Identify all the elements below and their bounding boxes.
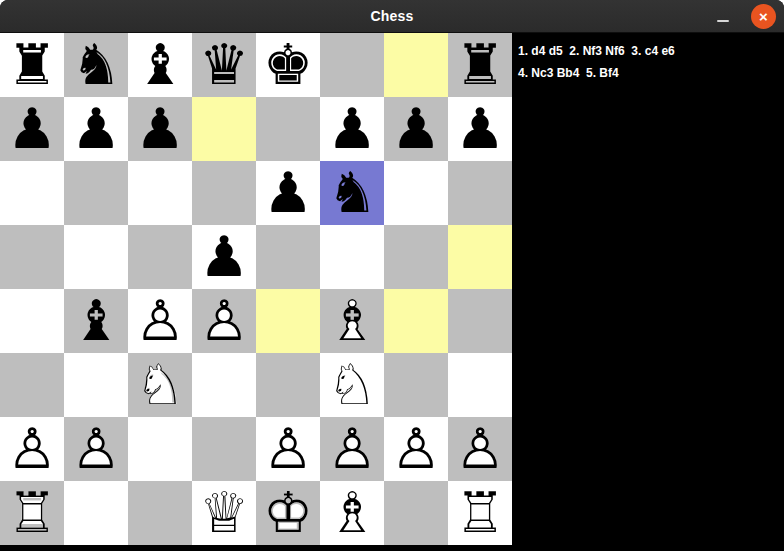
square-b5[interactable] <box>64 225 128 289</box>
square-h5[interactable] <box>448 225 512 289</box>
piece-black-pawn: ♟ <box>64 97 128 161</box>
piece-white-rook: ♜♖ <box>448 481 512 545</box>
square-g7[interactable]: ♟ <box>384 97 448 161</box>
piece-black-pawn: ♟ <box>320 97 384 161</box>
square-a8[interactable]: ♜ <box>0 33 64 97</box>
window-title: Chess <box>0 8 784 24</box>
square-h8[interactable]: ♜ <box>448 33 512 97</box>
square-h1[interactable]: ♜♖ <box>448 481 512 545</box>
piece-black-pawn: ♟ <box>128 97 192 161</box>
square-f5[interactable] <box>320 225 384 289</box>
square-e6[interactable]: ♟ <box>256 161 320 225</box>
square-h4[interactable] <box>448 289 512 353</box>
minimize-icon <box>717 20 729 22</box>
piece-black-rook: ♜ <box>0 33 64 97</box>
square-g8[interactable] <box>384 33 448 97</box>
square-e1[interactable]: ♚♔ <box>256 481 320 545</box>
piece-white-pawn: ♟♙ <box>320 417 384 481</box>
square-a7[interactable]: ♟ <box>0 97 64 161</box>
square-f4[interactable]: ♝♗ <box>320 289 384 353</box>
piece-black-pawn: ♟ <box>192 225 256 289</box>
piece-white-king: ♚♔ <box>256 481 320 545</box>
piece-black-bishop: ♝ <box>128 33 192 97</box>
piece-black-pawn: ♟ <box>0 97 64 161</box>
piece-white-pawn: ♟♙ <box>128 289 192 353</box>
square-g2[interactable]: ♟♙ <box>384 417 448 481</box>
square-f6[interactable]: ♞ <box>320 161 384 225</box>
square-g4[interactable] <box>384 289 448 353</box>
square-f8[interactable] <box>320 33 384 97</box>
square-h6[interactable] <box>448 161 512 225</box>
square-e8[interactable]: ♚ <box>256 33 320 97</box>
chess-board: ♜♞♝♛♚♜♟♟♟♟♟♟♟♞♟♝♟♙♟♙♝♗♞♘♞♘♟♙♟♙♟♙♟♙♟♙♟♙♜♖… <box>0 33 512 545</box>
square-g1[interactable] <box>384 481 448 545</box>
square-f2[interactable]: ♟♙ <box>320 417 384 481</box>
square-d2[interactable] <box>192 417 256 481</box>
square-c8[interactable]: ♝ <box>128 33 192 97</box>
piece-black-pawn: ♟ <box>256 161 320 225</box>
square-c6[interactable] <box>128 161 192 225</box>
piece-black-king: ♚ <box>256 33 320 97</box>
square-a5[interactable] <box>0 225 64 289</box>
square-e5[interactable] <box>256 225 320 289</box>
square-d5[interactable]: ♟ <box>192 225 256 289</box>
square-b6[interactable] <box>64 161 128 225</box>
chess-window: Chess × ♜♞♝♛♚♜♟♟♟♟♟♟♟♞♟♝♟♙♟♙♝♗♞♘♞♘♟♙♟♙♟♙… <box>0 0 784 551</box>
square-f3[interactable]: ♞♘ <box>320 353 384 417</box>
square-c5[interactable] <box>128 225 192 289</box>
move-list-line: 4. Nc3 Bb4 5. Bf4 <box>518 62 778 84</box>
piece-white-queen: ♛♕ <box>192 481 256 545</box>
square-b8[interactable]: ♞ <box>64 33 128 97</box>
close-button[interactable]: × <box>751 4 776 29</box>
square-a4[interactable] <box>0 289 64 353</box>
square-d1[interactable]: ♛♕ <box>192 481 256 545</box>
move-list-panel: 1. d4 d5 2. Nf3 Nf6 3. c4 e6 4. Nc3 Bb4 … <box>512 33 784 550</box>
piece-white-bishop: ♝♗ <box>320 481 384 545</box>
titlebar[interactable]: Chess × <box>0 0 784 33</box>
square-c2[interactable] <box>128 417 192 481</box>
square-c4[interactable]: ♟♙ <box>128 289 192 353</box>
window-controls: × <box>711 0 776 32</box>
square-d6[interactable] <box>192 161 256 225</box>
square-g6[interactable] <box>384 161 448 225</box>
square-e4[interactable] <box>256 289 320 353</box>
piece-white-rook: ♜♖ <box>0 481 64 545</box>
piece-white-knight: ♞♘ <box>128 353 192 417</box>
square-e3[interactable] <box>256 353 320 417</box>
square-h7[interactable]: ♟ <box>448 97 512 161</box>
piece-white-pawn: ♟♙ <box>384 417 448 481</box>
piece-white-pawn: ♟♙ <box>0 417 64 481</box>
piece-black-rook: ♜ <box>448 33 512 97</box>
piece-white-bishop: ♝♗ <box>320 289 384 353</box>
square-b3[interactable] <box>64 353 128 417</box>
piece-white-pawn: ♟♙ <box>256 417 320 481</box>
minimize-button[interactable] <box>711 4 735 28</box>
piece-white-pawn: ♟♙ <box>192 289 256 353</box>
square-f1[interactable]: ♝♗ <box>320 481 384 545</box>
square-f7[interactable]: ♟ <box>320 97 384 161</box>
move-list-line: 1. d4 d5 2. Nf3 Nf6 3. c4 e6 <box>518 40 778 62</box>
piece-black-knight: ♞ <box>320 161 384 225</box>
square-a1[interactable]: ♜♖ <box>0 481 64 545</box>
square-b7[interactable]: ♟ <box>64 97 128 161</box>
piece-black-knight: ♞ <box>64 33 128 97</box>
square-b1[interactable] <box>64 481 128 545</box>
close-icon: × <box>759 9 768 24</box>
piece-black-pawn: ♟ <box>448 97 512 161</box>
piece-black-queen: ♛ <box>192 33 256 97</box>
square-b4[interactable]: ♝ <box>64 289 128 353</box>
square-d7[interactable] <box>192 97 256 161</box>
square-a6[interactable] <box>0 161 64 225</box>
square-c1[interactable] <box>128 481 192 545</box>
piece-white-pawn: ♟♙ <box>64 417 128 481</box>
square-g5[interactable] <box>384 225 448 289</box>
main-area: ♜♞♝♛♚♜♟♟♟♟♟♟♟♞♟♝♟♙♟♙♝♗♞♘♞♘♟♙♟♙♟♙♟♙♟♙♟♙♜♖… <box>0 33 784 551</box>
square-h3[interactable] <box>448 353 512 417</box>
square-g3[interactable] <box>384 353 448 417</box>
piece-black-pawn: ♟ <box>384 97 448 161</box>
square-c3[interactable]: ♞♘ <box>128 353 192 417</box>
square-d3[interactable] <box>192 353 256 417</box>
square-e7[interactable] <box>256 97 320 161</box>
square-c7[interactable]: ♟ <box>128 97 192 161</box>
piece-black-bishop: ♝ <box>64 289 128 353</box>
square-d4[interactable]: ♟♙ <box>192 289 256 353</box>
piece-white-knight: ♞♘ <box>320 353 384 417</box>
square-b2[interactable]: ♟♙ <box>64 417 128 481</box>
square-h2[interactable]: ♟♙ <box>448 417 512 481</box>
piece-white-pawn: ♟♙ <box>448 417 512 481</box>
square-e2[interactable]: ♟♙ <box>256 417 320 481</box>
square-d8[interactable]: ♛ <box>192 33 256 97</box>
square-a2[interactable]: ♟♙ <box>0 417 64 481</box>
square-a3[interactable] <box>0 353 64 417</box>
